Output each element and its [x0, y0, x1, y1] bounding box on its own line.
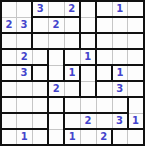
cell-r5c7[interactable]	[96, 65, 112, 81]
cell-r6c4[interactable]: 2	[48, 81, 64, 97]
cell-r2c7[interactable]	[96, 17, 112, 33]
cell-r5c8[interactable]: 1	[112, 65, 128, 81]
puzzle-board: 3212322131123231112	[0, 0, 150, 150]
given-digit: 2	[68, 2, 75, 16]
cell-r4c1[interactable]	[1, 49, 17, 65]
given-digit: 3	[116, 82, 123, 96]
cell-r1c2[interactable]	[17, 1, 33, 17]
cell-r1c4[interactable]	[48, 1, 64, 17]
cell-r6c7[interactable]	[96, 81, 112, 97]
cell-r6c2[interactable]	[17, 81, 33, 97]
given-digit: 1	[117, 66, 124, 80]
cell-r1c6[interactable]	[80, 1, 96, 17]
cell-r6c3[interactable]	[32, 81, 48, 97]
cell-r1c1[interactable]	[1, 1, 17, 17]
cell-r9c9[interactable]	[128, 129, 144, 145]
cell-r3c9[interactable]	[128, 33, 144, 49]
given-digit: 3	[21, 18, 28, 32]
given-digit: 3	[116, 114, 123, 128]
cell-r6c8[interactable]: 3	[112, 81, 128, 97]
cell-r8c7[interactable]	[96, 113, 112, 129]
cell-r3c8[interactable]	[112, 33, 128, 49]
cell-r5c5[interactable]: 1	[64, 65, 80, 81]
given-digit: 1	[132, 114, 139, 128]
given-digit: 2	[100, 130, 107, 144]
puzzle-grid: 3212322131123231112	[0, 0, 145, 146]
given-digit: 1	[116, 2, 123, 16]
cell-r8c1[interactable]	[1, 113, 17, 129]
cell-r1c3[interactable]: 3	[32, 1, 48, 17]
cell-r3c7[interactable]	[96, 33, 112, 49]
cell-r7c8[interactable]	[112, 97, 128, 113]
cell-r7c7[interactable]	[96, 97, 112, 113]
cell-r3c4[interactable]	[48, 33, 64, 49]
cell-r6c5[interactable]	[64, 81, 80, 97]
cell-r4c5[interactable]	[64, 49, 80, 65]
cell-r8c3[interactable]	[32, 113, 48, 129]
cell-r7c6[interactable]	[80, 97, 96, 113]
cell-r7c9[interactable]	[128, 97, 144, 113]
cell-r8c6[interactable]: 2	[80, 113, 96, 129]
cell-r9c4[interactable]	[48, 129, 64, 145]
given-digit: 2	[53, 18, 60, 32]
cell-r7c3[interactable]	[32, 97, 48, 113]
cell-r4c6[interactable]: 1	[80, 49, 96, 65]
cell-r8c2[interactable]	[17, 113, 33, 129]
cell-r2c8[interactable]	[112, 17, 128, 33]
cell-r5c6[interactable]	[80, 65, 96, 81]
given-digit: 3	[37, 2, 44, 16]
cell-r9c3[interactable]	[32, 129, 48, 145]
cell-r3c5[interactable]	[64, 33, 80, 49]
cell-r2c4[interactable]: 2	[48, 17, 64, 33]
cell-r8c9[interactable]: 1	[128, 113, 144, 129]
given-digit: 2	[6, 18, 13, 32]
given-digit: 1	[84, 50, 91, 64]
cell-r4c8[interactable]	[112, 49, 128, 65]
cell-r5c2[interactable]: 3	[17, 65, 33, 81]
given-digit: 1	[69, 66, 76, 80]
cell-r7c5[interactable]	[64, 97, 80, 113]
cell-r2c9[interactable]	[128, 17, 144, 33]
cell-r7c4[interactable]	[48, 97, 64, 113]
given-digit: 3	[21, 66, 28, 80]
cell-r6c1[interactable]	[1, 81, 17, 97]
cell-r8c5[interactable]	[64, 113, 80, 129]
cell-r5c9[interactable]	[128, 65, 144, 81]
cell-r3c3[interactable]	[32, 33, 48, 49]
cell-r5c1[interactable]	[1, 65, 17, 81]
cell-r5c4[interactable]	[48, 65, 64, 81]
cell-r9c8[interactable]	[112, 129, 128, 145]
cell-r2c1[interactable]: 2	[1, 17, 17, 33]
cell-r2c2[interactable]: 3	[17, 17, 33, 33]
cell-r9c5[interactable]: 1	[64, 129, 80, 145]
cell-r4c9[interactable]	[128, 49, 144, 65]
cell-r7c1[interactable]	[1, 97, 17, 113]
cell-r4c7[interactable]	[96, 49, 112, 65]
given-digit: 2	[21, 50, 28, 64]
given-digit: 1	[21, 130, 28, 144]
cell-r4c2[interactable]: 2	[17, 49, 33, 65]
cell-r7c2[interactable]	[17, 97, 33, 113]
cell-r2c3[interactable]	[32, 17, 48, 33]
cell-r1c5[interactable]: 2	[64, 1, 80, 17]
cell-r9c2[interactable]: 1	[17, 129, 33, 145]
given-digit: 1	[69, 130, 76, 144]
cell-r9c1[interactable]	[1, 129, 17, 145]
cell-r6c9[interactable]	[128, 81, 144, 97]
cell-r2c5[interactable]	[64, 17, 80, 33]
given-digit: 2	[53, 82, 60, 96]
cell-r1c9[interactable]	[128, 1, 144, 17]
cell-r3c1[interactable]	[1, 33, 17, 49]
cell-r2c6[interactable]	[80, 17, 96, 33]
cell-r5c3[interactable]	[32, 65, 48, 81]
cell-r6c6[interactable]	[80, 81, 96, 97]
cell-r9c6[interactable]	[80, 129, 96, 145]
cell-r8c4[interactable]	[48, 113, 64, 129]
cell-r3c6[interactable]	[80, 33, 96, 49]
cell-r4c3[interactable]	[32, 49, 48, 65]
cell-r9c7[interactable]: 2	[96, 129, 112, 145]
cell-r8c8[interactable]: 3	[112, 113, 128, 129]
cell-r4c4[interactable]	[48, 49, 64, 65]
cell-r3c2[interactable]	[17, 33, 33, 49]
cell-r1c8[interactable]: 1	[112, 1, 128, 17]
given-digit: 2	[85, 114, 92, 128]
cell-r1c7[interactable]	[96, 1, 112, 17]
